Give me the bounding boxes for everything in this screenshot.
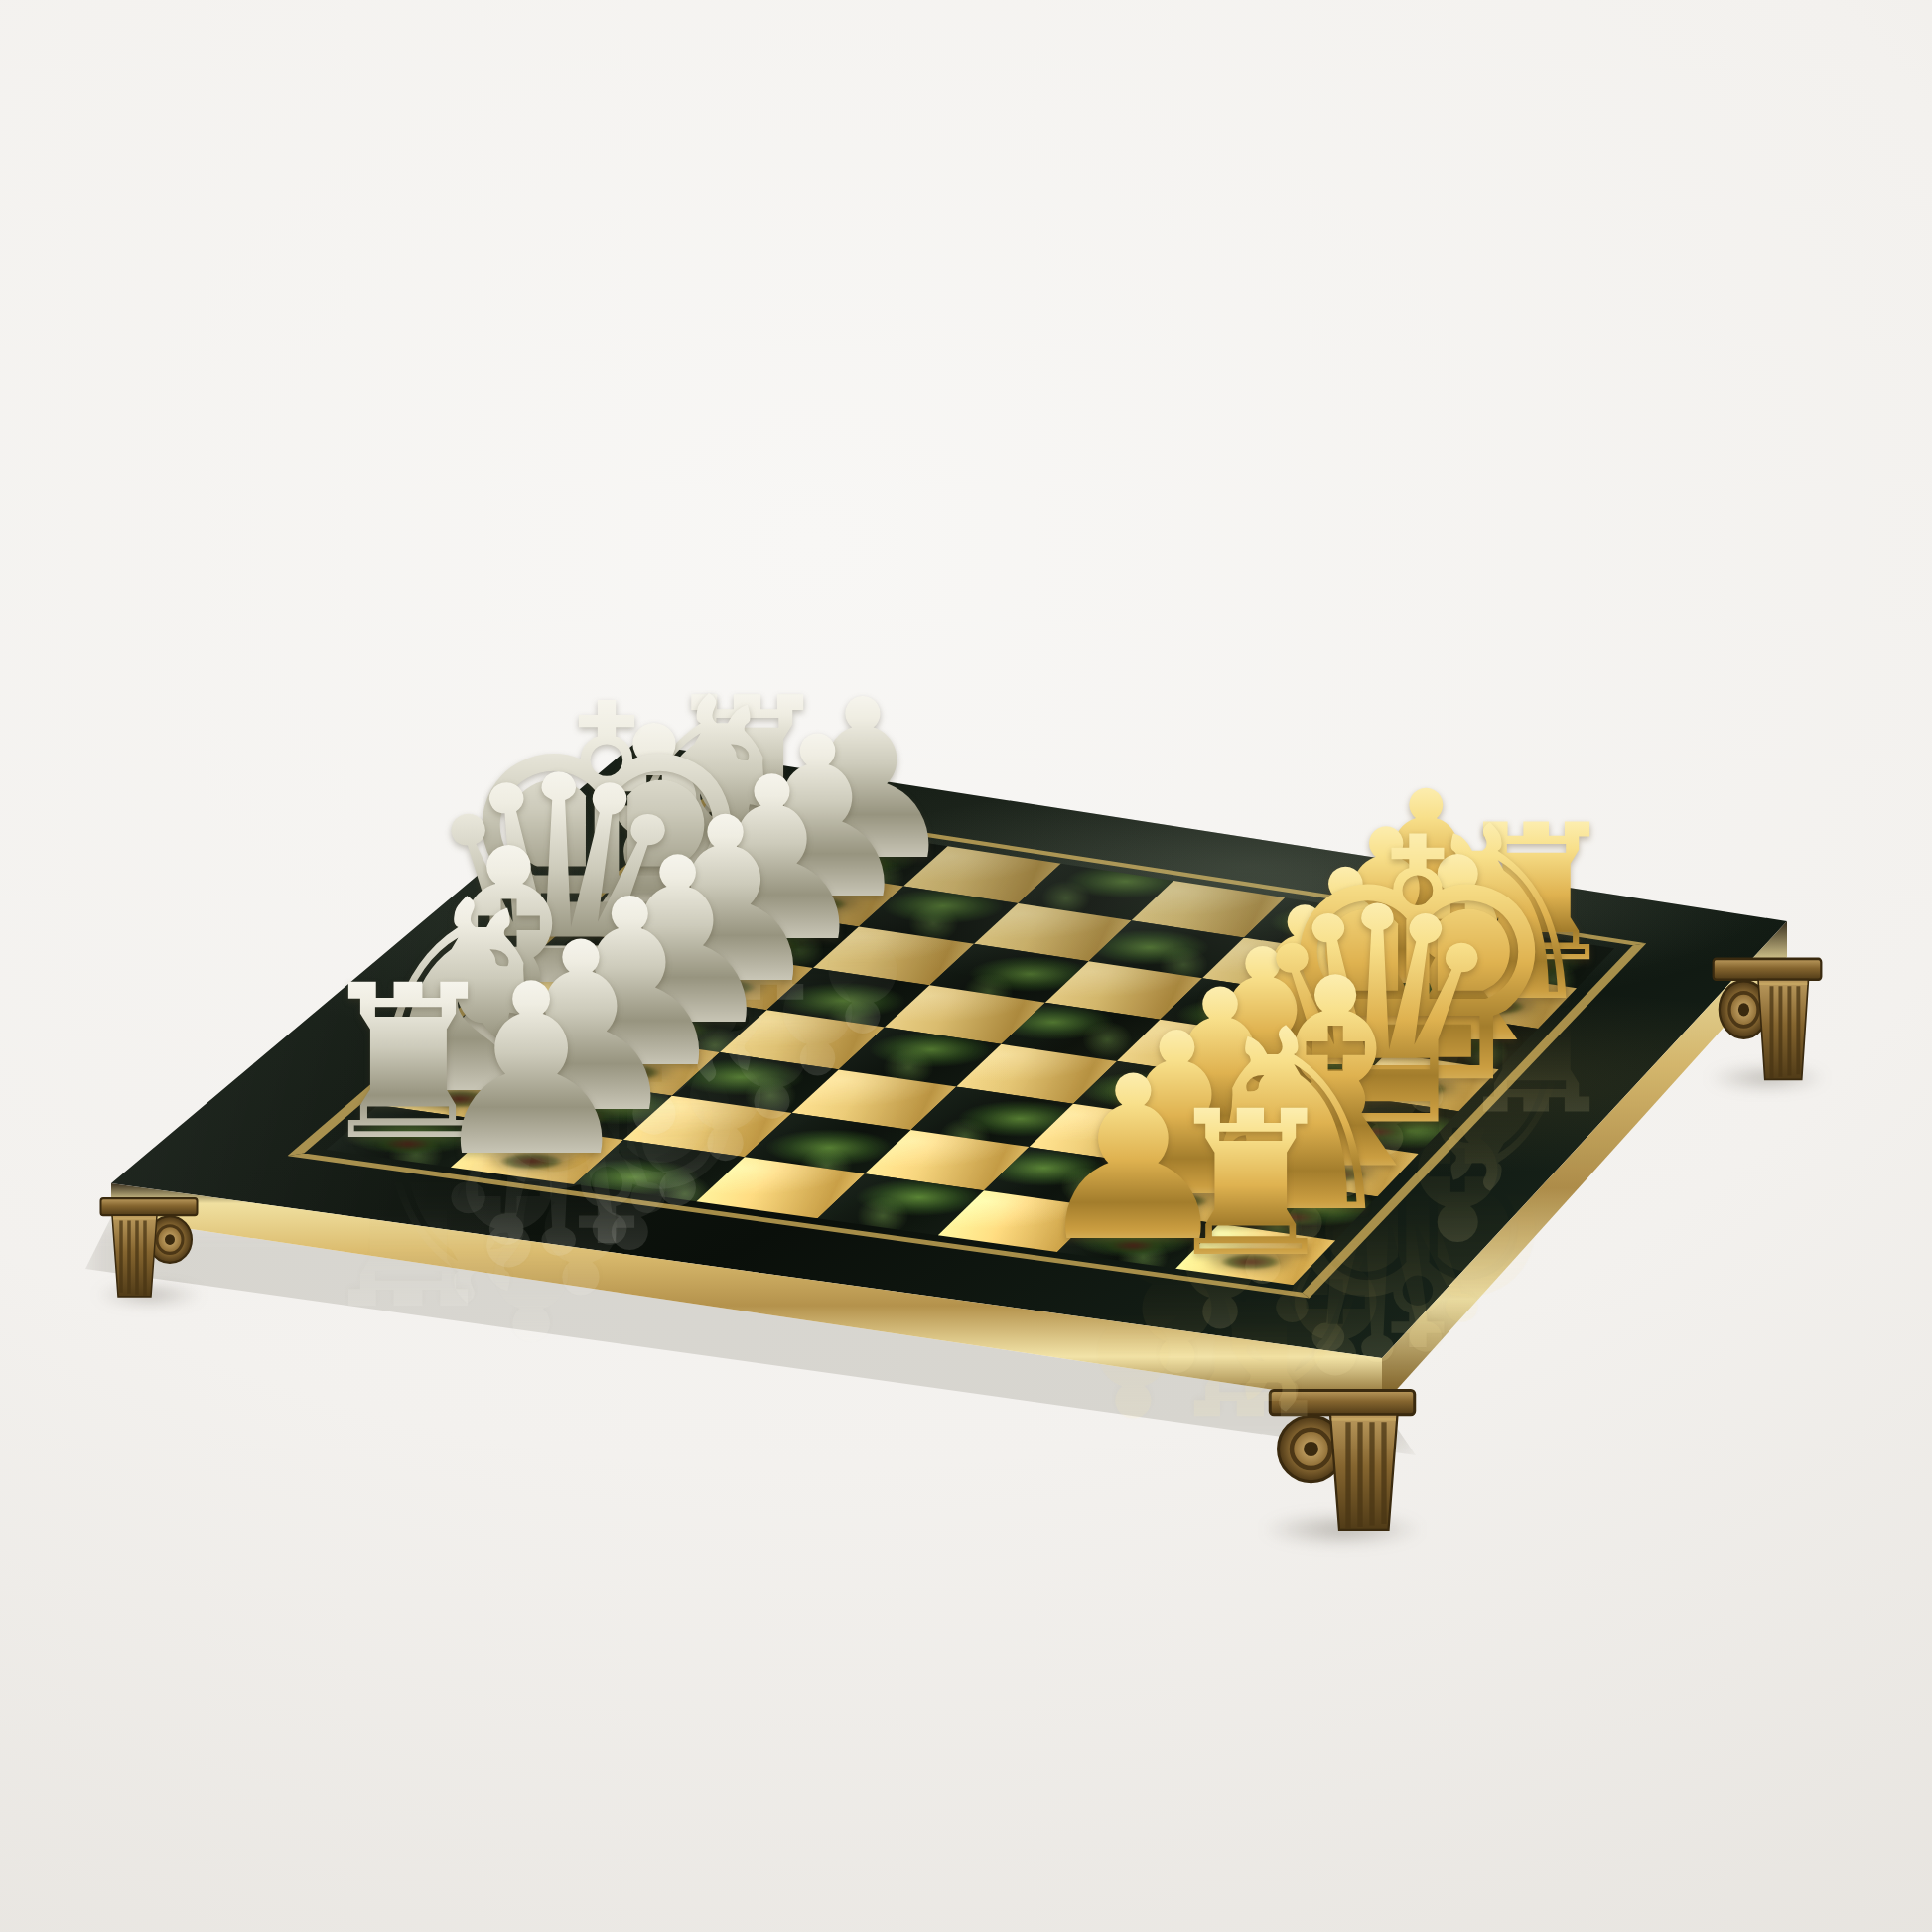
- ionic-foot-graphic: [1712, 955, 1823, 1082]
- piece-glyph-pawn: ♟: [425, 959, 636, 1183]
- studio-background: chess rnbqkbnr/pppppppp/8/8/8/8/PPPPPPPP…: [0, 0, 1932, 1932]
- piece-glyph-rook: ♜: [1161, 1090, 1340, 1281]
- board-foot-right: [1712, 955, 1823, 1082]
- board-foot-left: [99, 1195, 199, 1299]
- ionic-foot-graphic: [99, 1195, 199, 1299]
